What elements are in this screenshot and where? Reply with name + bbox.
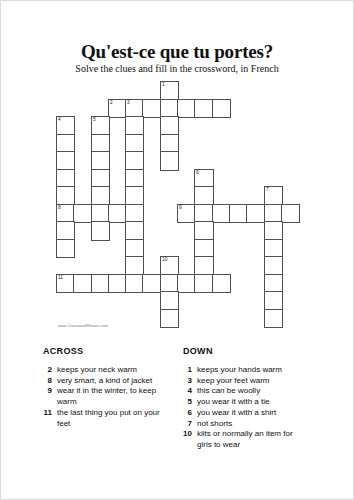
grid-cell-r14c7[interactable] [161,310,178,328]
grid-cell-r5c5[interactable] [126,152,143,170]
grid-cell-r8c2[interactable] [74,205,91,223]
clue-text: keeps your neck warm [57,365,169,376]
grid-cell-r5c1[interactable] [57,152,74,170]
grid-cell-r10c1[interactable] [57,240,74,258]
grid-cell-r9c13[interactable] [265,222,282,240]
grid-cell-r7c13[interactable]: 7 [265,187,282,205]
grid-cell-r8c5[interactable] [126,205,143,223]
grid-cell-r12c1[interactable]: 11 [57,275,74,293]
clue-number: 7 [176,419,192,430]
grid-cell-r11c7[interactable]: 10 [161,257,178,275]
grid-cell-r7c5[interactable] [126,187,143,205]
grid-cell-r8c4[interactable] [109,205,126,223]
clue-text: keeps your hands warm [197,365,303,376]
clue-down-5: 5you wear it with a tie [176,397,303,408]
grid-cell-r6c5[interactable] [126,170,143,188]
grid-cell-r12c4[interactable] [109,275,126,293]
grid-cell-r12c3[interactable] [92,275,109,293]
clue-number: 1 [176,365,192,376]
across-heading: ACROSS [43,346,169,356]
credit-url: www.CrosswordWeaver.com [58,324,108,328]
clue-number: 10 [176,429,192,450]
grid-cell-r6c9[interactable]: 6 [195,170,212,188]
grid-cell-r14c13[interactable] [265,310,282,328]
clue-text: this can be woolly [197,386,303,397]
cell-number: 9 [179,205,182,210]
clue-number: 8 [36,376,52,387]
grid-cell-r11c9[interactable] [195,257,212,275]
grid-cell-r4c1[interactable] [57,135,74,153]
clue-text: wear it in the winter, to keep warm [57,386,169,407]
clue-across-2: 2keeps your neck warm [36,365,169,376]
grid-cell-r13c13[interactable] [265,292,282,310]
grid-cell-r6c1[interactable] [57,170,74,188]
clue-number: 5 [176,397,192,408]
clue-number: 2 [36,365,52,376]
clue-number: 3 [176,376,192,387]
worksheet-page: Qu'est-ce que tu portes? Solve the clues… [0,0,354,500]
grid-cell-r4c5[interactable] [126,135,143,153]
grid-cell-r12c10[interactable] [213,275,230,293]
grid-cell-r2c4[interactable]: 2 [109,100,126,118]
grid-cell-r12c9[interactable] [195,275,212,293]
clue-down-4: 4this can be woolly [176,386,303,397]
grid-cell-r8c12[interactable] [247,205,264,223]
grid-cell-r8c8[interactable]: 9 [178,205,195,223]
cell-number: 11 [58,275,63,280]
puzzle-title: Qu'est-ce que tu portes? [0,42,354,62]
cell-number: 2 [110,100,113,105]
grid-cell-r12c6[interactable] [143,275,160,293]
grid-cell-r9c5[interactable] [126,222,143,240]
cell-number: 6 [196,170,199,175]
grid-cell-r7c9[interactable] [195,187,212,205]
cell-number: 4 [58,117,61,122]
clue-down-10: 10kilts or normally an item for girls to… [176,429,303,450]
grid-cell-r9c3[interactable] [92,222,109,240]
grid-cell-r13c7[interactable] [161,292,178,310]
grid-cell-r10c5[interactable] [126,240,143,258]
grid-cell-r8c3[interactable] [92,205,109,223]
grid-cell-r8c14[interactable] [282,205,299,223]
grid-cell-r9c1[interactable] [57,222,74,240]
grid-cell-r1c7[interactable]: 1 [161,82,178,100]
grid-cell-r2c9[interactable] [195,100,212,118]
grid-cell-r9c9[interactable] [195,222,212,240]
clue-text: keep your feet warm [197,376,303,387]
down-clue-list: 1keeps your hands warm3keep your feet wa… [176,365,303,451]
cell-number: 7 [266,187,269,192]
grid-cell-r8c9[interactable] [195,205,212,223]
clue-down-3: 3keep your feet warm [176,376,303,387]
grid-cell-r10c9[interactable] [195,240,212,258]
grid-cell-r3c1[interactable]: 4 [57,117,74,135]
grid-cell-r8c1[interactable]: 8 [57,205,74,223]
grid-cell-r6c3[interactable] [92,170,109,188]
clue-down-1: 1keeps your hands warm [176,365,303,376]
grid-cell-r2c6[interactable] [143,100,160,118]
clue-number: 6 [176,408,192,419]
grid-cell-r2c5[interactable]: 3 [126,100,143,118]
clue-across-9: 9wear it in the winter, to keep warm [36,386,169,407]
across-clues-section: ACROSS 2keeps your neck warm8very smart,… [36,346,169,429]
cell-number: 8 [58,205,61,210]
grid-cell-r2c10[interactable] [213,100,230,118]
grid-cell-r12c8[interactable] [178,275,195,293]
cell-number: 1 [162,82,165,87]
grid-cell-r5c7[interactable] [161,152,178,170]
grid-cell-r3c3[interactable]: 5 [92,117,109,135]
clue-text: you wear it with a tie [197,397,303,408]
grid-cell-r12c13[interactable] [265,275,282,293]
crossword-grid: 1234567891011 [57,82,299,327]
grid-cell-r8c13[interactable] [265,205,282,223]
clue-text: kilts or normally an item for girls to w… [197,429,303,450]
grid-cell-r2c7[interactable] [161,100,178,118]
grid-cell-r3c5[interactable] [126,117,143,135]
clue-text: not shorts [197,419,303,430]
clue-across-11: 11the last thing you put on your feet [36,408,169,429]
grid-cell-r8c11[interactable] [230,205,247,223]
down-heading: DOWN [183,346,303,356]
grid-cell-r2c8[interactable] [178,100,195,118]
cell-number: 10 [162,257,167,262]
grid-cell-r11c13[interactable] [265,257,282,275]
clue-across-8: 8very smart, a kind of jacket [36,376,169,387]
grid-cell-r11c5[interactable] [126,257,143,275]
clue-text: you wear it with a shirt [197,408,303,419]
grid-cell-r10c13[interactable] [265,240,282,258]
puzzle-subtitle: Solve the clues and fill in the crosswor… [0,63,354,74]
cell-number: 5 [93,117,96,122]
grid-cell-r3c7[interactable] [161,117,178,135]
grid-cell-r5c3[interactable] [92,152,109,170]
grid-cell-r12c2[interactable] [74,275,91,293]
grid-cell-r12c5[interactable] [126,275,143,293]
clue-number: 9 [36,386,52,407]
cell-number: 3 [127,100,130,105]
grid-cell-r7c3[interactable] [92,187,109,205]
grid-cell-r12c7[interactable] [161,275,178,293]
down-clues-section: DOWN 1keeps your hands warm3keep your fe… [176,346,303,451]
grid-cell-r8c10[interactable] [213,205,230,223]
grid-cell-r4c3[interactable] [92,135,109,153]
grid-cell-r7c1[interactable] [57,187,74,205]
grid-cell-r4c7[interactable] [161,135,178,153]
clue-down-6: 6you wear it with a shirt [176,408,303,419]
across-clue-list: 2keeps your neck warm8very smart, a kind… [36,365,169,429]
clue-text: very smart, a kind of jacket [57,376,169,387]
clue-number: 4 [176,386,192,397]
clue-text: the last thing you put on your feet [57,408,169,429]
clue-down-7: 7not shorts [176,419,303,430]
clue-number: 11 [36,408,52,429]
